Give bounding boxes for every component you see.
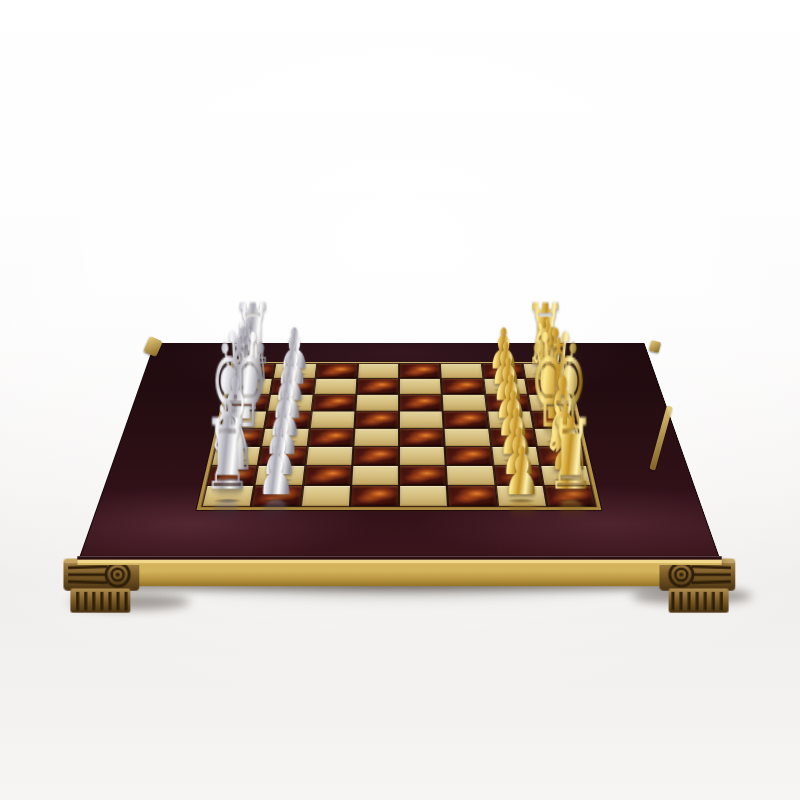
square <box>400 412 443 429</box>
square <box>312 395 355 411</box>
checkerboard: ♜♟♟♜♞♟♟♞♝♟♟♝♛♟♟♛♚♟♟♚♝♟♟♝♞♟♟♞♜♟♟♜ <box>196 362 601 510</box>
square: ♟ <box>252 486 301 506</box>
square: ♜ <box>203 486 254 506</box>
square <box>352 466 398 485</box>
square <box>400 364 440 379</box>
square <box>442 379 484 394</box>
square <box>358 364 398 379</box>
square <box>441 364 482 379</box>
chess-piece-gold-rook: ♜ <box>547 406 596 504</box>
square <box>356 395 398 411</box>
ionic-volute-icon <box>63 556 139 614</box>
square <box>400 379 441 394</box>
scene: ♜♟♟♜♞♟♟♞♝♟♟♝♛♟♟♛♚♟♟♚♝♟♟♝♞♟♟♞♜♟♟♜ <box>0 0 800 800</box>
board-front-edge-brass <box>77 556 721 586</box>
square: ♟ <box>496 486 545 506</box>
square <box>448 486 496 506</box>
front-right-foot <box>659 556 735 614</box>
square <box>444 412 488 429</box>
square <box>357 379 398 394</box>
square <box>355 412 398 429</box>
chess-board: ♜♟♟♜♞♟♟♞♝♟♟♝♛♟♟♛♚♟♟♚♝♟♟♝♞♟♟♞♜♟♟♜ <box>80 343 720 556</box>
square <box>443 395 486 411</box>
chess-piece-silver-pawn: ♟ <box>256 438 295 504</box>
front-left-foot <box>63 556 139 614</box>
product-photo-background: ♜♟♟♜♞♟♟♞♝♟♟♝♛♟♟♛♚♟♟♚♝♟♟♝♞♟♟♞♜♟♟♜ <box>0 0 800 800</box>
square <box>400 466 446 485</box>
square <box>314 379 356 394</box>
square: ♜ <box>544 486 595 506</box>
ionic-volute-icon <box>659 556 735 614</box>
square <box>316 364 357 379</box>
square <box>400 486 447 506</box>
square <box>301 486 349 506</box>
square <box>310 412 354 429</box>
square <box>304 466 351 485</box>
square <box>400 395 442 411</box>
chess-piece-silver-rook: ♜ <box>202 406 251 504</box>
square <box>351 486 398 506</box>
square <box>447 466 494 485</box>
chess-piece-gold-pawn: ♟ <box>502 438 541 504</box>
